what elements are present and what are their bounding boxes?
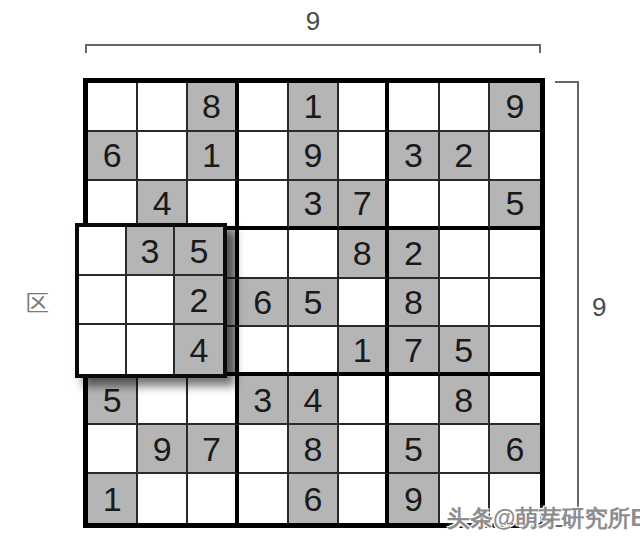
cell-r6c4[interactable] — [239, 327, 289, 376]
cell-r7c7[interactable] — [389, 376, 439, 425]
inset-cell-r2c2[interactable] — [127, 276, 175, 325]
cell-r5c9[interactable] — [490, 279, 540, 328]
cell-r6c5[interactable] — [289, 327, 339, 376]
cell-r5c5[interactable]: 5 — [289, 279, 339, 328]
cell-r5c8[interactable] — [440, 279, 490, 328]
cell-r3c9[interactable]: 5 — [490, 181, 540, 230]
cell-r4c9[interactable] — [490, 230, 540, 279]
cell-r8c5[interactable]: 8 — [289, 425, 339, 474]
cell-r2c3[interactable]: 1 — [188, 132, 238, 181]
cell-r7c9[interactable] — [490, 376, 540, 425]
cell-r6c8[interactable]: 5 — [440, 327, 490, 376]
top-dimension-bracket — [85, 44, 541, 53]
cell-r1c7[interactable] — [389, 83, 439, 132]
cell-r8c8[interactable] — [440, 425, 490, 474]
cell-r1c3[interactable]: 8 — [188, 83, 238, 132]
cell-r9c2[interactable] — [138, 474, 188, 523]
cell-r3c7[interactable] — [389, 181, 439, 230]
cell-r2c9[interactable] — [490, 132, 540, 181]
inset-cell-r1c1[interactable] — [79, 227, 127, 276]
cell-r7c5[interactable]: 4 — [289, 376, 339, 425]
cell-r8c1[interactable] — [88, 425, 138, 474]
cell-r5c4[interactable]: 6 — [239, 279, 289, 328]
inset-cell-r1c2[interactable]: 3 — [127, 227, 175, 276]
cell-r7c8[interactable]: 8 — [440, 376, 490, 425]
cell-r8c2[interactable]: 9 — [138, 425, 188, 474]
cell-r8c9[interactable]: 6 — [490, 425, 540, 474]
cell-r1c4[interactable] — [239, 83, 289, 132]
cell-r1c9[interactable]: 9 — [490, 83, 540, 132]
cell-r7c3[interactable] — [188, 376, 238, 425]
cell-r1c5[interactable]: 1 — [289, 83, 339, 132]
cell-r3c8[interactable] — [440, 181, 490, 230]
cell-r4c6[interactable]: 8 — [339, 230, 389, 279]
cell-r9c5[interactable]: 6 — [289, 474, 339, 523]
cell-r7c4[interactable]: 3 — [239, 376, 289, 425]
inset-box: 3524 — [75, 223, 227, 378]
cell-r2c8[interactable]: 2 — [440, 132, 490, 181]
cell-r8c3[interactable]: 7 — [188, 425, 238, 474]
cell-r2c1[interactable]: 6 — [88, 132, 138, 181]
top-dimension-label: 9 — [85, 6, 541, 37]
cell-r1c1[interactable] — [88, 83, 138, 132]
cell-r8c6[interactable] — [339, 425, 389, 474]
cell-r2c6[interactable] — [339, 132, 389, 181]
cell-r5c7[interactable]: 8 — [389, 279, 439, 328]
right-dimension-label: 9 — [592, 292, 606, 323]
left-margin-character: 区 — [26, 288, 49, 319]
cell-r6c6[interactable]: 1 — [339, 327, 389, 376]
cell-r2c2[interactable] — [138, 132, 188, 181]
inset-cell-r3c1[interactable] — [79, 325, 127, 374]
cell-r4c8[interactable] — [440, 230, 490, 279]
cell-r6c9[interactable] — [490, 327, 540, 376]
cell-r4c5[interactable] — [289, 230, 339, 279]
cell-r5c6[interactable] — [339, 279, 389, 328]
cell-r2c7[interactable]: 3 — [389, 132, 439, 181]
cell-r1c8[interactable] — [440, 83, 490, 132]
cell-r9c4[interactable] — [239, 474, 289, 523]
cell-r7c2[interactable] — [138, 376, 188, 425]
right-dimension-bracket — [555, 81, 579, 527]
inset-cell-r3c3[interactable]: 4 — [175, 325, 223, 374]
watermark-text: 头条@萌芽研究所BUD — [447, 503, 640, 534]
cell-r9c7[interactable]: 9 — [389, 474, 439, 523]
cell-r2c4[interactable] — [239, 132, 289, 181]
cell-r9c6[interactable] — [339, 474, 389, 523]
cell-r9c3[interactable] — [188, 474, 238, 523]
cell-r3c4[interactable] — [239, 181, 289, 230]
cell-r3c5[interactable]: 3 — [289, 181, 339, 230]
cell-r1c2[interactable] — [138, 83, 188, 132]
cell-r1c6[interactable] — [339, 83, 389, 132]
cell-r9c1[interactable]: 1 — [88, 474, 138, 523]
inset-cell-r2c1[interactable] — [79, 276, 127, 325]
cell-r2c5[interactable]: 9 — [289, 132, 339, 181]
cell-r3c6[interactable]: 7 — [339, 181, 389, 230]
sudoku-diagram: 9 9 区 8196193243753582265841755348978561… — [0, 0, 640, 543]
inset-cell-r3c2[interactable] — [127, 325, 175, 374]
cell-r8c4[interactable] — [239, 425, 289, 474]
cell-r6c7[interactable]: 7 — [389, 327, 439, 376]
cell-r7c1[interactable]: 5 — [88, 376, 138, 425]
inset-cell-r2c3[interactable]: 2 — [175, 276, 223, 325]
cell-r8c7[interactable]: 5 — [389, 425, 439, 474]
cell-r7c6[interactable] — [339, 376, 389, 425]
cell-r4c7[interactable]: 2 — [389, 230, 439, 279]
cell-r4c4[interactable] — [239, 230, 289, 279]
inset-cell-r1c3[interactable]: 5 — [175, 227, 223, 276]
